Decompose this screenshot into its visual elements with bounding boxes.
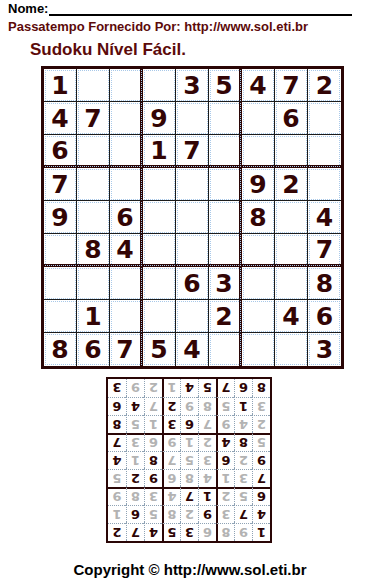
solution-cell-r4c8: 2 [126, 469, 144, 487]
cell-r5c5 [176, 201, 209, 234]
cell-r8c8: 4 [275, 300, 308, 333]
cell-r8c7 [242, 300, 275, 333]
cell-r7c9: 8 [308, 267, 341, 300]
solution-cell-r9c9: 3 [108, 379, 126, 397]
cell-r8c1 [44, 300, 77, 333]
cell-r5c1: 9 [44, 201, 77, 234]
solution-cell-r5c5: 5 [180, 451, 198, 469]
solution-cell-r8c8: 4 [126, 397, 144, 415]
solution-cell-r7c5: 6 [180, 415, 198, 433]
cell-r3c2 [77, 135, 110, 168]
cell-r5c3: 6 [110, 201, 143, 234]
solution-cell-r7c1: 2 [252, 415, 270, 433]
solution-cell-r9c6: 1 [162, 379, 180, 397]
solution-cell-r1c9: 2 [108, 523, 126, 541]
solution-cell-r5c3: 6 [216, 451, 234, 469]
solution-cell-r3c4: 1 [198, 487, 216, 505]
solution-cell-r4c3: 1 [216, 469, 234, 487]
solution-cell-r7c7: 1 [144, 415, 162, 433]
cell-r9c8 [275, 333, 308, 366]
cell-r4c6 [209, 168, 242, 201]
solution-cell-r1c7: 4 [144, 523, 162, 541]
puzzle-board: 135472479661779296848476381246867543 [41, 66, 344, 369]
solution-cell-r8c6: 2 [162, 397, 180, 415]
solution-cell-r9c4: 5 [198, 379, 216, 397]
solution-cell-r1c1: 1 [252, 523, 270, 541]
cell-r7c3 [110, 267, 143, 300]
solution-cell-r3c7: 3 [144, 487, 162, 505]
solution-cell-r4c7: 9 [144, 469, 162, 487]
solution-cell-r1c6: 5 [162, 523, 180, 541]
solution-cell-r8c7: 7 [144, 397, 162, 415]
solution-cell-r8c3: 5 [216, 397, 234, 415]
solution-cell-r8c1: 3 [252, 397, 270, 415]
solution-cell-r5c9: 4 [108, 451, 126, 469]
solution-cell-r6c7: 6 [144, 433, 162, 451]
cell-r6c1 [44, 234, 77, 267]
cell-r2c1: 4 [44, 102, 77, 135]
solution-cell-r8c4: 8 [198, 397, 216, 415]
cell-r2c4: 9 [143, 102, 176, 135]
cell-r7c2 [77, 267, 110, 300]
cell-r9c7 [242, 333, 275, 366]
cell-r8c2: 1 [77, 300, 110, 333]
solution-cell-r6c2: 8 [234, 433, 252, 451]
name-label: Nome: [8, 2, 48, 16]
cell-r4c2 [77, 168, 110, 201]
cell-r6c2: 8 [77, 234, 110, 267]
cell-r4c1: 7 [44, 168, 77, 201]
cell-r2c7 [242, 102, 275, 135]
solution-cell-r7c6: 3 [162, 415, 180, 433]
cell-r4c5 [176, 168, 209, 201]
cell-r1c2 [77, 69, 110, 102]
solution-cell-r5c1: 9 [252, 451, 270, 469]
cell-r8c4 [143, 300, 176, 333]
solution-cell-r1c4: 6 [198, 523, 216, 541]
solution-cell-r6c6: 9 [162, 433, 180, 451]
solution-cell-r1c5: 3 [180, 523, 198, 541]
solution-cell-r4c4: 4 [198, 469, 216, 487]
cell-r7c5: 6 [176, 267, 209, 300]
solution-cell-r5c2: 2 [234, 451, 252, 469]
cell-r8c5 [176, 300, 209, 333]
cell-r6c5 [176, 234, 209, 267]
cell-r1c3 [110, 69, 143, 102]
solution-cell-r1c3: 8 [216, 523, 234, 541]
solution-cell-r8c2: 1 [234, 397, 252, 415]
cell-r9c6 [209, 333, 242, 366]
cell-r8c3 [110, 300, 143, 333]
cell-r8c6: 2 [209, 300, 242, 333]
solution-cell-r9c2: 6 [234, 379, 252, 397]
solution-cell-r3c6: 4 [162, 487, 180, 505]
solution-cell-r7c9: 8 [108, 415, 126, 433]
cell-r7c1 [44, 267, 77, 300]
cell-r3c1: 6 [44, 135, 77, 168]
cell-r7c8 [275, 267, 308, 300]
solution-cell-r6c8: 3 [126, 433, 144, 451]
solution-cell-r5c6: 7 [162, 451, 180, 469]
cell-r3c3 [110, 135, 143, 168]
solution-cell-r2c9: 1 [108, 505, 126, 523]
solution-cell-r2c3: 3 [216, 505, 234, 523]
cell-r7c6: 3 [209, 267, 242, 300]
name-fill-in-line [49, 2, 352, 16]
solution-cell-r8c5: 9 [180, 397, 198, 415]
solution-cell-r3c9: 9 [108, 487, 126, 505]
cell-r9c9: 3 [308, 333, 341, 366]
solution-cell-r5c8: 1 [126, 451, 144, 469]
cell-r3c5: 7 [176, 135, 209, 168]
solution-cell-r4c6: 6 [162, 469, 180, 487]
cell-r3c9 [308, 135, 341, 168]
solution-cell-r7c2: 4 [234, 415, 252, 433]
solution-cell-r4c9: 5 [108, 469, 126, 487]
cell-r5c6 [209, 201, 242, 234]
cell-r5c7: 8 [242, 201, 275, 234]
solution-cell-r2c6: 8 [162, 505, 180, 523]
solution-cell-r7c3: 9 [216, 415, 234, 433]
name-field-row: Nome: [8, 2, 352, 16]
solution-cell-r7c4: 7 [198, 415, 216, 433]
solution-cell-r4c5: 8 [180, 469, 198, 487]
cell-r6c9: 7 [308, 234, 341, 267]
solution-cell-r6c4: 2 [198, 433, 216, 451]
solution-cell-r1c2: 9 [234, 523, 252, 541]
cell-r7c7 [242, 267, 275, 300]
solution-cell-r3c2: 5 [234, 487, 252, 505]
solution-cell-r7c8: 5 [126, 415, 144, 433]
solution-cell-r2c5: 2 [180, 505, 198, 523]
solution-cell-r3c5: 7 [180, 487, 198, 505]
cell-r1c8: 7 [275, 69, 308, 102]
cell-r2c5 [176, 102, 209, 135]
solution-cell-r5c4: 3 [198, 451, 216, 469]
cell-r4c7: 9 [242, 168, 275, 201]
solution-cell-r3c8: 8 [126, 487, 144, 505]
cell-r1c1: 1 [44, 69, 77, 102]
cell-r6c4 [143, 234, 176, 267]
solution-cell-r9c8: 9 [126, 379, 144, 397]
cell-r2c8: 6 [275, 102, 308, 135]
cell-r5c2 [77, 201, 110, 234]
cell-r1c5: 3 [176, 69, 209, 102]
cell-r5c9: 4 [308, 201, 341, 234]
cell-r6c7 [242, 234, 275, 267]
cell-r4c4 [143, 168, 176, 201]
solution-cell-r4c1: 7 [252, 469, 270, 487]
copyright-line: Copyright © http://www.sol.eti.br [0, 561, 380, 578]
cell-r5c8 [275, 201, 308, 234]
solution-cell-r1c8: 7 [126, 523, 144, 541]
cell-r1c9: 2 [308, 69, 341, 102]
cell-r2c3 [110, 102, 143, 135]
cell-r9c5: 4 [176, 333, 209, 366]
solution-cell-r9c7: 2 [144, 379, 162, 397]
cell-r4c8: 2 [275, 168, 308, 201]
cell-r9c2: 6 [77, 333, 110, 366]
solution-cell-r2c7: 5 [144, 505, 162, 523]
cell-r6c6 [209, 234, 242, 267]
cell-r3c7 [242, 135, 275, 168]
cell-r1c4 [143, 69, 176, 102]
cell-r6c3: 4 [110, 234, 143, 267]
solution-cell-r2c8: 6 [126, 505, 144, 523]
cell-r9c1: 8 [44, 333, 77, 366]
cell-r5c4 [143, 201, 176, 234]
cell-r7c4 [143, 267, 176, 300]
solution-cell-r9c1: 8 [252, 379, 270, 397]
cell-r2c2: 7 [77, 102, 110, 135]
cell-r1c7: 4 [242, 69, 275, 102]
solution-cell-r3c1: 6 [252, 487, 270, 505]
solution-cell-r2c4: 9 [198, 505, 216, 523]
cell-r3c8 [275, 135, 308, 168]
cell-r1c6: 5 [209, 69, 242, 102]
solution-cell-r6c1: 5 [252, 433, 270, 451]
solution-cell-r9c5: 4 [180, 379, 198, 397]
solution-cell-r2c1: 4 [252, 505, 270, 523]
cell-r9c3: 7 [110, 333, 143, 366]
solution-cell-r4c2: 3 [234, 469, 252, 487]
cell-r6c8 [275, 234, 308, 267]
solution-cell-r3c3: 2 [216, 487, 234, 505]
cell-r2c6 [209, 102, 242, 135]
cell-r8c9: 6 [308, 300, 341, 333]
cell-r3c6 [209, 135, 242, 168]
solution-cell-r6c9: 7 [108, 433, 126, 451]
cell-r2c9 [308, 102, 341, 135]
solution-cell-r5c7: 8 [144, 451, 162, 469]
provider-line: Passatempo Fornecido Por: http://www.sol… [8, 19, 308, 34]
cell-r3c4: 1 [143, 135, 176, 168]
solution-cell-r8c9: 6 [108, 397, 126, 415]
cell-r4c9 [308, 168, 341, 201]
solution-cell-r2c2: 7 [234, 505, 252, 523]
solution-cell-r9c3: 7 [216, 379, 234, 397]
cell-r9c4: 5 [143, 333, 176, 366]
solution-board-upside-down: 1986354724739285616521743897314869259263… [106, 377, 272, 543]
solution-cell-r6c3: 4 [216, 433, 234, 451]
page-title: Sudoku Nível Fácil. [30, 40, 186, 60]
solution-cell-r6c5: 1 [180, 433, 198, 451]
cell-r4c3 [110, 168, 143, 201]
